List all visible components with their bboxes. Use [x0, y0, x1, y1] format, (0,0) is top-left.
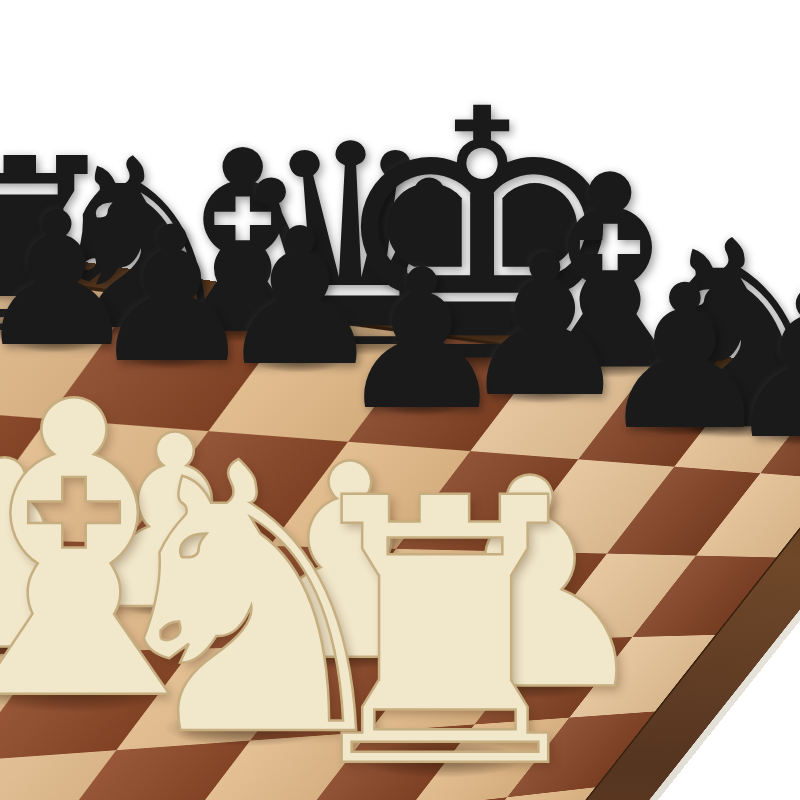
chessboard-photo: ♜♞♝♛♚♝♞♜♟♟♟♟♟♟♟♟♝♞♜♟♟♟♟	[0, 0, 800, 800]
chessboard	[0, 214, 800, 800]
